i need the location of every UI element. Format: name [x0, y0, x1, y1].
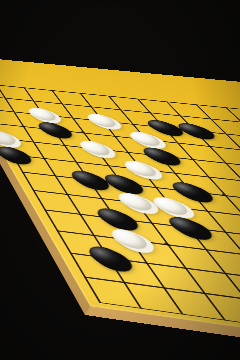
stones-grid[interactable]: ●●●●●●●●●●●●●●●●●●●●	[0, 74, 240, 360]
black-stone[interactable]: ●	[84, 245, 131, 270]
stone-glyph: ●	[83, 113, 126, 130]
white-stone[interactable]: ●	[76, 139, 115, 157]
white-stone[interactable]: ●	[83, 113, 120, 129]
black-stone[interactable]: ●	[35, 121, 71, 137]
stone-glyph: ●	[76, 139, 121, 157]
stone-glyph: ●	[35, 121, 77, 138]
go-board-photo: ●●●●●●●●●●●●●●●●●●●●	[0, 0, 240, 360]
black-stone[interactable]: ●	[163, 215, 211, 238]
black-stone[interactable]: ●	[0, 145, 30, 163]
stone-glyph: ●	[0, 145, 36, 164]
stone-glyph: ●	[163, 215, 218, 239]
go-board[interactable]: ●●●●●●●●●●●●●●●●●●●●	[0, 54, 240, 360]
